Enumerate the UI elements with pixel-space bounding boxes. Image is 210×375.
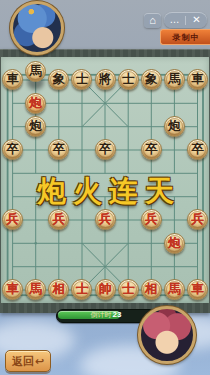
board-point[interactable]	[94, 115, 117, 138]
home-button[interactable]: ⌂	[144, 13, 161, 28]
board-point[interactable]	[70, 115, 93, 138]
black-piece[interactable]: 車	[2, 69, 23, 90]
board-point[interactable]	[47, 92, 70, 115]
board-point[interactable]	[186, 92, 209, 115]
board-point[interactable]: 兵	[186, 208, 209, 231]
board-point[interactable]	[117, 92, 140, 115]
board-point[interactable]: 卒	[186, 138, 209, 161]
black-piece[interactable]: 卒	[95, 139, 116, 160]
countdown-value: 23	[113, 310, 122, 320]
board-point[interactable]	[1, 115, 24, 138]
board-point[interactable]	[117, 138, 140, 161]
board-point[interactable]	[24, 208, 47, 231]
board-point[interactable]	[70, 255, 93, 278]
board-point[interactable]	[140, 255, 163, 278]
board-point[interactable]	[47, 232, 70, 255]
board-point[interactable]	[94, 92, 117, 115]
black-piece[interactable]: 卒	[141, 139, 162, 160]
board-point[interactable]: 士	[117, 278, 140, 301]
board-point[interactable]: 車	[186, 278, 209, 301]
board-point[interactable]	[47, 255, 70, 278]
board-point[interactable]: 兵	[94, 208, 117, 231]
red-piece[interactable]: 兵	[2, 209, 23, 230]
red-piece[interactable]: 士	[118, 279, 139, 300]
red-piece[interactable]: 車	[187, 279, 208, 300]
red-piece[interactable]: 士	[71, 279, 92, 300]
board-point[interactable]: 車	[186, 68, 209, 91]
recording-badge: 录制中	[160, 29, 210, 45]
black-piece[interactable]: 馬	[25, 61, 46, 82]
red-piece[interactable]: 馬	[164, 279, 185, 300]
board-point[interactable]	[24, 232, 47, 255]
back-button[interactable]: 返回 ↩	[5, 350, 51, 372]
board-point[interactable]: 帥	[94, 278, 117, 301]
red-piece[interactable]: 馬	[25, 279, 46, 300]
board-point[interactable]: 卒	[1, 138, 24, 161]
board-point[interactable]	[94, 232, 117, 255]
puzzle-title: 炮火连天	[0, 174, 210, 208]
black-piece[interactable]: 士	[118, 69, 139, 90]
red-piece[interactable]: 相	[48, 279, 69, 300]
board-point[interactable]: 馬	[24, 278, 47, 301]
red-piece[interactable]: 帥	[95, 279, 116, 300]
board-point[interactable]: 炮	[24, 92, 47, 115]
board-point[interactable]: 相	[140, 278, 163, 301]
black-piece[interactable]: 卒	[2, 139, 23, 160]
board-point[interactable]	[163, 255, 186, 278]
board-point[interactable]: 車	[1, 68, 24, 91]
more-button[interactable]: …	[164, 13, 185, 27]
board-point[interactable]: 兵	[47, 208, 70, 231]
board-point[interactable]	[163, 138, 186, 161]
countdown-text: 倒计时23	[57, 310, 155, 320]
board-point[interactable]	[117, 255, 140, 278]
board-point[interactable]: 兵	[140, 208, 163, 231]
board-point[interactable]: 卒	[47, 138, 70, 161]
board-point[interactable]: 士	[70, 68, 93, 91]
board-point[interactable]: 炮	[163, 232, 186, 255]
board-point[interactable]	[70, 232, 93, 255]
board-point[interactable]: 兵	[1, 208, 24, 231]
board-point[interactable]	[186, 255, 209, 278]
red-piece[interactable]: 相	[141, 279, 162, 300]
red-piece[interactable]: 兵	[95, 209, 116, 230]
red-piece[interactable]: 炮	[25, 93, 46, 114]
board-point[interactable]	[70, 138, 93, 161]
back-label: 返回	[12, 354, 34, 369]
black-piece[interactable]: 士	[71, 69, 92, 90]
player-avatar-top[interactable]	[10, 1, 64, 55]
black-piece[interactable]: 炮	[25, 116, 46, 137]
board-point[interactable]	[186, 232, 209, 255]
board-point[interactable]	[140, 115, 163, 138]
board-point[interactable]: 士	[70, 278, 93, 301]
board-point[interactable]	[70, 208, 93, 231]
red-piece[interactable]: 兵	[48, 209, 69, 230]
board-point[interactable]	[1, 92, 24, 115]
board-point[interactable]	[1, 255, 24, 278]
board-point[interactable]: 士	[117, 68, 140, 91]
board-point[interactable]: 炮	[163, 115, 186, 138]
board-point[interactable]: 相	[47, 278, 70, 301]
board-point[interactable]: 馬	[163, 278, 186, 301]
red-piece[interactable]: 兵	[141, 209, 162, 230]
black-piece[interactable]: 炮	[164, 116, 185, 137]
close-button[interactable]: ✕	[186, 13, 207, 27]
board-point[interactable]	[186, 115, 209, 138]
board-point[interactable]: 炮	[24, 115, 47, 138]
black-piece[interactable]: 馬	[164, 69, 185, 90]
black-piece[interactable]: 將	[95, 69, 116, 90]
board-point[interactable]	[94, 255, 117, 278]
board-point[interactable]: 馬	[163, 68, 186, 91]
black-piece[interactable]: 象	[48, 69, 69, 90]
menu-pill: … ✕	[164, 12, 207, 28]
board-point[interactable]	[117, 115, 140, 138]
board-point[interactable]	[117, 208, 140, 231]
red-piece[interactable]: 炮	[164, 233, 185, 254]
countdown-label: 倒计时	[91, 310, 112, 320]
board-point[interactable]	[140, 232, 163, 255]
board-point[interactable]	[140, 92, 163, 115]
board-point[interactable]: 卒	[94, 138, 117, 161]
board-point[interactable]	[47, 115, 70, 138]
home-icon: ⌂	[149, 13, 156, 28]
board-point[interactable]	[1, 232, 24, 255]
board-point[interactable]: 馬	[24, 68, 47, 91]
board-point[interactable]: 象	[47, 68, 70, 91]
black-piece[interactable]: 車	[187, 69, 208, 90]
xiangqi-game-screen: 車馬象士將士象馬車炮炮炮卒卒卒卒卒兵兵兵兵兵炮車馬相士帥士相馬車 炮火连天 ⌂ …	[0, 0, 210, 375]
board-point[interactable]	[24, 255, 47, 278]
black-piece[interactable]: 象	[141, 69, 162, 90]
black-piece[interactable]: 卒	[187, 139, 208, 160]
back-arrow-icon: ↩	[35, 355, 44, 368]
black-piece[interactable]: 卒	[48, 139, 69, 160]
board-point[interactable]	[24, 138, 47, 161]
board-point[interactable]	[117, 232, 140, 255]
red-piece[interactable]: 車	[2, 279, 23, 300]
board-point[interactable]: 車	[1, 278, 24, 301]
board-point[interactable]: 象	[140, 68, 163, 91]
board-point[interactable]	[163, 92, 186, 115]
board-point[interactable]	[163, 208, 186, 231]
player-avatar-bottom[interactable]	[138, 306, 196, 364]
board-point[interactable]: 卒	[140, 138, 163, 161]
board-point[interactable]	[70, 92, 93, 115]
board-point[interactable]: 將	[94, 68, 117, 91]
red-piece[interactable]: 兵	[187, 209, 208, 230]
